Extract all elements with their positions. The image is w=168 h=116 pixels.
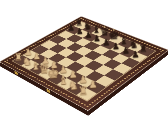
playing-field: ♜♞♝♛♚♝♞♜♟♟♟♟♟♟♟♟♟♟♟♟♟♟♟♟♜♞♝♛♚♝♞♜ — [12, 21, 156, 101]
product-photo[interactable]: ♜♞♝♛♚♝♞♜♟♟♟♟♟♟♟♟♟♟♟♟♟♟♟♟♜♞♝♛♚♝♞♜ — [0, 0, 168, 116]
light-finial-tip — [104, 26, 106, 28]
brass-latch-1 — [14, 71, 18, 75]
chess-board: ♜♞♝♛♚♝♞♜♟♟♟♟♟♟♟♟♟♟♟♟♟♟♟♟♜♞♝♛♚♝♞♜ — [0, 16, 168, 111]
brass-latch-2 — [46, 88, 50, 93]
light-finial-tip — [113, 29, 115, 31]
